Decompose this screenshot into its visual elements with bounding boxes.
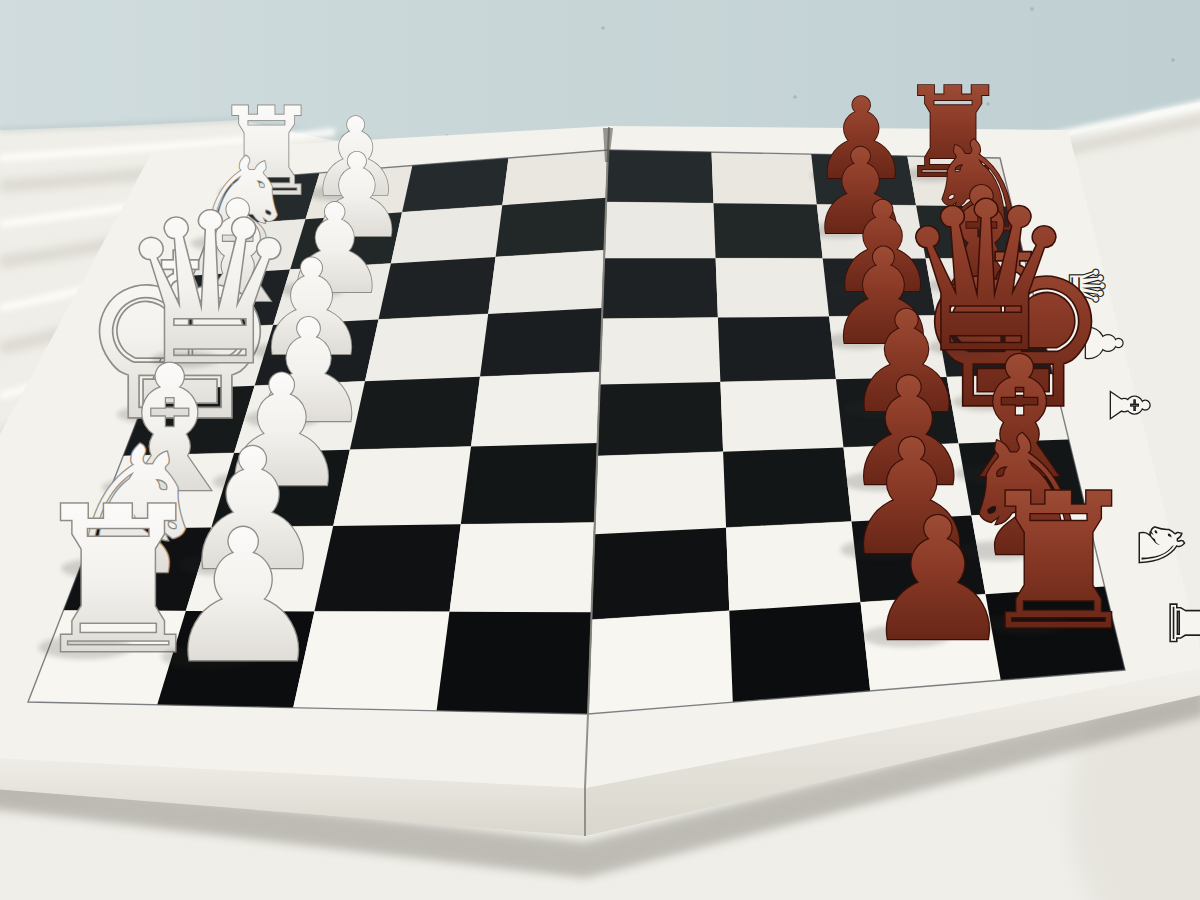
- square-b4: [496, 198, 607, 257]
- wall-speck: [793, 95, 797, 99]
- square-d3: [365, 314, 488, 381]
- square-e4: [471, 372, 600, 447]
- square-g5: [591, 528, 729, 620]
- square-a3: [402, 158, 508, 212]
- square-c3: [379, 257, 496, 320]
- square-f4: [461, 443, 598, 524]
- square-h6: [729, 602, 870, 702]
- square-c6: [716, 258, 830, 317]
- square-h5: [588, 611, 733, 714]
- square-f6: [723, 447, 852, 527]
- piece-white-pawn-h2: ♟: [161, 491, 325, 703]
- square-b5: [604, 202, 715, 258]
- square-g3: [314, 524, 460, 612]
- square-e6: [720, 379, 843, 451]
- piece-red-pawn-h7: ♟: [862, 481, 1014, 679]
- square-f3: [333, 447, 471, 527]
- printed-♝-left-border: ♝: [0, 402, 9, 451]
- square-g4: [450, 523, 595, 613]
- chessboard-photo: ♝♞♜♛♟♝♞♜♜♟♜♟♞♟♟♞♝♟♟♝♚♟♚♛♟♛♟♟♝♟♟♝♟♞♟♞♜♟♜♟: [0, 0, 1200, 900]
- wall-speck: [1030, 7, 1034, 11]
- wall-speck: [601, 26, 605, 30]
- square-e5: [597, 382, 723, 456]
- square-a4: [502, 150, 608, 205]
- square-c4: [488, 250, 604, 314]
- square-d5: [600, 318, 721, 385]
- printed-♜-right-border: ♜: [1156, 595, 1200, 652]
- square-a5: [606, 150, 713, 203]
- square-a6: [712, 152, 817, 204]
- square-b6: [714, 203, 823, 258]
- square-c5: [602, 258, 718, 319]
- square-f5: [594, 452, 726, 535]
- photo-stage: ♝♞♜♛♟♝♞♜♜♟♜♟♞♟♟♞♝♟♟♝♚♟♚♛♟♛♟♟♝♟♟♝♟♞♟♞♜♟♜♟: [0, 0, 1200, 900]
- square-h4: [437, 612, 592, 714]
- wall-speck: [1171, 58, 1175, 62]
- square-d4: [480, 308, 602, 377]
- square-d6: [718, 317, 836, 382]
